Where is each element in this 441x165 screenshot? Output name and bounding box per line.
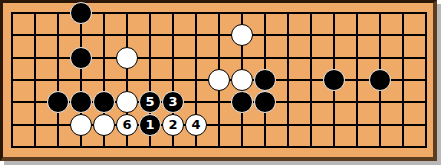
- white-stone-move-4: 4: [185, 114, 207, 136]
- white-stone-move-6: 6: [116, 114, 138, 136]
- black-stone: [70, 2, 92, 24]
- grid-line-horizontal: [11, 146, 427, 148]
- move-number-label: 2: [168, 117, 177, 132]
- black-stone: [254, 69, 276, 91]
- grid-line-horizontal: [11, 34, 427, 36]
- move-number-label: 1: [145, 117, 154, 132]
- black-stone: [231, 91, 253, 113]
- white-stone: [70, 114, 92, 136]
- black-stone: [369, 69, 391, 91]
- move-number-label: 5: [145, 94, 154, 109]
- black-stone: [47, 91, 69, 113]
- go-board: 536124: [0, 0, 437, 161]
- black-stone: [70, 91, 92, 113]
- white-stone-move-2: 2: [162, 114, 184, 136]
- move-number-label: 4: [191, 117, 200, 132]
- white-stone: [116, 91, 138, 113]
- black-stone: [323, 69, 345, 91]
- white-stone: [116, 47, 138, 69]
- white-stone: [231, 24, 253, 46]
- black-stone-move-3: 3: [162, 91, 184, 113]
- move-number-label: 6: [122, 117, 131, 132]
- black-stone-move-5: 5: [139, 91, 161, 113]
- move-number-label: 3: [168, 94, 177, 109]
- black-stone: [70, 47, 92, 69]
- white-stone: [93, 114, 115, 136]
- black-stone-move-1: 1: [139, 114, 161, 136]
- white-stone: [208, 69, 230, 91]
- black-stone: [254, 91, 276, 113]
- go-diagram: 536124: [0, 0, 441, 165]
- white-stone: [231, 69, 253, 91]
- black-stone: [93, 91, 115, 113]
